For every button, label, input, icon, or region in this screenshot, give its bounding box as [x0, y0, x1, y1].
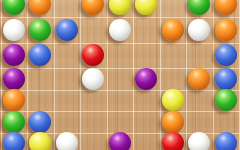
- white-ball-r6c7[interactable]: [188, 132, 210, 150]
- white-ball-r6c2[interactable]: [56, 132, 78, 150]
- purple-ball-r6c4[interactable]: [109, 132, 131, 150]
- white-ball-r1c4[interactable]: [109, 19, 131, 41]
- cell-r5c7[interactable]: [186, 111, 213, 133]
- cell-r4c1[interactable]: [27, 90, 54, 112]
- cell-r1c5[interactable]: [133, 17, 160, 44]
- orange-ball-r1c8[interactable]: [215, 19, 237, 41]
- cell-r2c4[interactable]: [107, 43, 134, 67]
- cell-r5c5[interactable]: [133, 111, 160, 133]
- cell-r0c2[interactable]: [54, 0, 81, 17]
- cell-r4c5[interactable]: [133, 90, 160, 112]
- game-viewport: [0, 0, 240, 150]
- white-ball-r1c0[interactable]: [3, 19, 25, 41]
- red-ball-r6c6[interactable]: [162, 132, 184, 150]
- cell-r2c5[interactable]: [133, 43, 160, 67]
- purple-ball-r3c0[interactable]: [3, 68, 25, 90]
- blue-ball-r6c0[interactable]: [3, 132, 25, 150]
- cell-r4c3[interactable]: [80, 90, 107, 112]
- cell-r2c2[interactable]: [54, 43, 81, 67]
- cell-r1c3[interactable]: [80, 17, 107, 44]
- cell-r5c8[interactable]: [213, 111, 240, 133]
- cell-r4c7[interactable]: [186, 90, 213, 112]
- cell-r4c2[interactable]: [54, 90, 81, 112]
- cell-r5c2[interactable]: [54, 111, 81, 133]
- cell-r5c3[interactable]: [80, 111, 107, 133]
- grid-line-vertical: [239, 0, 240, 150]
- cell-r3c6[interactable]: [160, 68, 187, 90]
- cell-r4c4[interactable]: [107, 90, 134, 112]
- orange-ball-r5c6[interactable]: [162, 111, 184, 133]
- white-ball-r3c3[interactable]: [82, 68, 104, 90]
- cell-r6c3[interactable]: [80, 133, 107, 150]
- cell-r5c4[interactable]: [107, 111, 134, 133]
- cell-r3c1[interactable]: [27, 68, 54, 90]
- cell-r0c6[interactable]: [160, 0, 187, 17]
- cell-r2c7[interactable]: [186, 43, 213, 67]
- purple-ball-r3c5[interactable]: [135, 68, 157, 90]
- cell-r2c6[interactable]: [160, 43, 187, 67]
- blue-ball-r3c8[interactable]: [215, 68, 237, 90]
- cell-r3c2[interactable]: [54, 68, 81, 90]
- blue-ball-r1c2[interactable]: [56, 19, 78, 41]
- orange-ball-r1c6[interactable]: [162, 19, 184, 41]
- game-board: [0, 0, 240, 150]
- green-ball-r5c0[interactable]: [3, 111, 25, 133]
- blue-ball-r6c8[interactable]: [215, 132, 237, 150]
- yellow-ball-r6c1[interactable]: [29, 132, 51, 150]
- cell-r6c5[interactable]: [133, 133, 160, 150]
- orange-ball-r3c7[interactable]: [188, 68, 210, 90]
- cell-r3c4[interactable]: [107, 68, 134, 90]
